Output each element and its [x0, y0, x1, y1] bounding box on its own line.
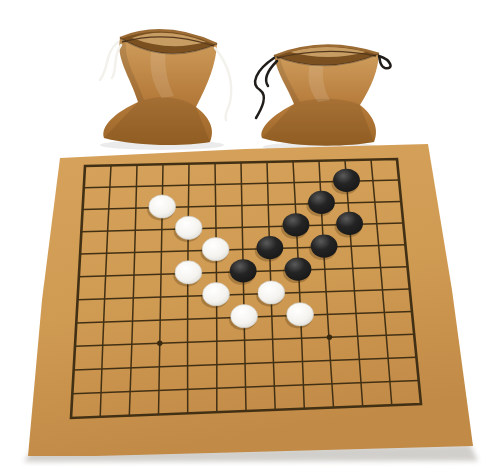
go-stone-black — [333, 169, 360, 192]
go-stone-white — [287, 303, 314, 326]
go-stone-white — [175, 261, 202, 284]
go-stone-white — [203, 283, 230, 306]
go-board-cloth — [0, 0, 500, 468]
go-stone-white — [258, 281, 285, 304]
go-stone-white — [149, 195, 176, 218]
go-stone-black — [285, 258, 312, 281]
star-point — [157, 341, 162, 346]
product-photo — [0, 0, 500, 468]
go-stone-white — [231, 305, 258, 328]
go-stone-black — [257, 236, 284, 259]
suede-cloth — [28, 144, 473, 456]
go-stone-black — [230, 259, 257, 282]
go-stone-black — [308, 191, 335, 214]
go-stone-black — [283, 213, 310, 236]
go-stone-white — [175, 216, 202, 239]
go-stone-black — [336, 212, 363, 235]
star-point — [327, 335, 332, 340]
go-stone-black — [311, 235, 338, 258]
go-stone-white — [202, 238, 229, 261]
